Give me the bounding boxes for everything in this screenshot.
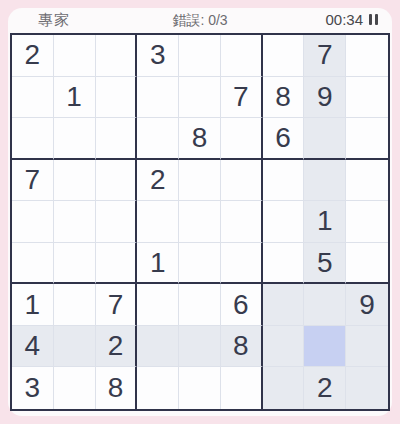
cell-r5c5[interactable] <box>179 201 221 243</box>
pause-icon <box>375 14 378 25</box>
cell-r1c9[interactable] <box>346 35 388 77</box>
cell-r1c6[interactable] <box>221 35 263 77</box>
cell-r2c7[interactable]: 8 <box>263 77 305 119</box>
cell-r1c5[interactable] <box>179 35 221 77</box>
cell-r5c2[interactable] <box>54 201 96 243</box>
cell-r3c7[interactable]: 6 <box>263 118 305 160</box>
cell-r9c8[interactable]: 2 <box>304 367 346 409</box>
cell-r7c9[interactable]: 9 <box>346 284 388 326</box>
cell-r2c4[interactable] <box>137 77 179 119</box>
cell-r9c4[interactable] <box>137 367 179 409</box>
cell-r9c7[interactable] <box>263 367 305 409</box>
cell-r5c3[interactable] <box>96 201 138 243</box>
cell-r2c1[interactable] <box>12 77 54 119</box>
cell-r4c8[interactable] <box>304 160 346 202</box>
cell-r9c2[interactable] <box>54 367 96 409</box>
cell-r3c3[interactable] <box>96 118 138 160</box>
cell-r1c1[interactable]: 2 <box>12 35 54 77</box>
cell-r8c1[interactable]: 4 <box>12 326 54 368</box>
cell-r2c6[interactable]: 7 <box>221 77 263 119</box>
cell-r6c2[interactable] <box>54 243 96 285</box>
cell-r4c1[interactable]: 7 <box>12 160 54 202</box>
cell-r4c4[interactable]: 2 <box>137 160 179 202</box>
cell-r6c5[interactable] <box>179 243 221 285</box>
cell-r3c8[interactable] <box>304 118 346 160</box>
cell-r5c4[interactable] <box>137 201 179 243</box>
cell-r8c4[interactable] <box>137 326 179 368</box>
cell-r8c7[interactable] <box>263 326 305 368</box>
cell-r1c4[interactable]: 3 <box>137 35 179 77</box>
cell-r6c8[interactable]: 5 <box>304 243 346 285</box>
cell-r3c9[interactable] <box>346 118 388 160</box>
cell-r4c6[interactable] <box>221 160 263 202</box>
cell-r6c9[interactable] <box>346 243 388 285</box>
cell-r4c2[interactable] <box>54 160 96 202</box>
cell-r8c5[interactable] <box>179 326 221 368</box>
cell-r7c2[interactable] <box>54 284 96 326</box>
cell-r9c1[interactable]: 3 <box>12 367 54 409</box>
cell-r1c3[interactable] <box>96 35 138 77</box>
cell-r9c9[interactable] <box>346 367 388 409</box>
cell-r3c5[interactable]: 8 <box>179 118 221 160</box>
cell-r6c1[interactable] <box>12 243 54 285</box>
cell-r3c2[interactable] <box>54 118 96 160</box>
cell-r6c3[interactable] <box>96 243 138 285</box>
cell-r5c1[interactable] <box>12 201 54 243</box>
cell-r5c9[interactable] <box>346 201 388 243</box>
cell-r4c5[interactable] <box>179 160 221 202</box>
cell-r7c6[interactable]: 6 <box>221 284 263 326</box>
cell-r8c3[interactable]: 2 <box>96 326 138 368</box>
cell-r6c7[interactable] <box>263 243 305 285</box>
cell-r1c2[interactable] <box>54 35 96 77</box>
cell-r4c3[interactable] <box>96 160 138 202</box>
cell-r2c5[interactable] <box>179 77 221 119</box>
cell-r9c5[interactable] <box>179 367 221 409</box>
pause-icon <box>369 14 372 25</box>
cell-r8c2[interactable] <box>54 326 96 368</box>
cell-r6c4[interactable]: 1 <box>137 243 179 285</box>
cell-r8c8[interactable] <box>304 326 346 368</box>
sudoku-board: 237178986721151769428382 <box>10 33 390 411</box>
cell-r4c7[interactable] <box>263 160 305 202</box>
cell-r2c3[interactable] <box>96 77 138 119</box>
cell-r2c2[interactable]: 1 <box>54 77 96 119</box>
pause-button[interactable] <box>369 13 378 26</box>
app-background: { "game": "sudoku", "position": "2003000… <box>0 0 400 424</box>
cell-r7c4[interactable] <box>137 284 179 326</box>
cell-r1c8[interactable]: 7 <box>304 35 346 77</box>
cell-r5c8[interactable]: 1 <box>304 201 346 243</box>
cell-r3c1[interactable] <box>12 118 54 160</box>
cell-r8c6[interactable]: 8 <box>221 326 263 368</box>
cell-r5c6[interactable] <box>221 201 263 243</box>
game-header: 專家 錯誤: 0/3 00:34 <box>8 8 392 33</box>
cell-r5c7[interactable] <box>263 201 305 243</box>
cell-r2c8[interactable]: 9 <box>304 77 346 119</box>
cell-r3c6[interactable] <box>221 118 263 160</box>
cell-r4c9[interactable] <box>346 160 388 202</box>
game-card: 專家 錯誤: 0/3 00:34 23717898672115176942838… <box>8 8 392 416</box>
cell-r9c3[interactable]: 8 <box>96 367 138 409</box>
cell-r7c8[interactable] <box>304 284 346 326</box>
cell-r7c3[interactable]: 7 <box>96 284 138 326</box>
cell-r9c6[interactable] <box>221 367 263 409</box>
timer-value: 00:34 <box>325 11 363 28</box>
cell-r7c7[interactable] <box>263 284 305 326</box>
timer-group: 00:34 <box>325 11 378 28</box>
cell-r2c9[interactable] <box>346 77 388 119</box>
cell-r1c7[interactable] <box>263 35 305 77</box>
cell-r6c6[interactable] <box>221 243 263 285</box>
cell-r3c4[interactable] <box>137 118 179 160</box>
cell-r8c9[interactable] <box>346 326 388 368</box>
cell-r7c5[interactable] <box>179 284 221 326</box>
cell-r7c1[interactable]: 1 <box>12 284 54 326</box>
